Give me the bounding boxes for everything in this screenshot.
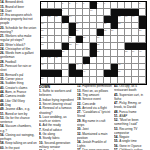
cell-number: 35 [97, 43, 99, 46]
cell-number: 8 [139, 2, 140, 5]
clue-number: 46. [0, 98, 5, 102]
grid-cell[interactable] [118, 29, 125, 36]
grid-cell[interactable]: 4 [76, 2, 83, 9]
clue-number: 8. [39, 132, 42, 136]
cell-number: 46 [76, 63, 78, 66]
grid-cell[interactable] [118, 36, 125, 43]
grid-cell[interactable] [76, 77, 83, 84]
cell-number: 20 [76, 22, 78, 25]
clue-number: 47. [114, 101, 119, 105]
grid-cell[interactable] [48, 36, 55, 43]
clue-number: 34. [77, 140, 82, 144]
clue-number: 24. [0, 47, 5, 51]
cell-number: 24 [76, 29, 78, 32]
cell-number: 21 [104, 22, 106, 25]
grid-cell[interactable] [48, 64, 55, 71]
grid-cell[interactable]: 37 [97, 50, 104, 57]
cell-number: 3 [69, 2, 70, 5]
grid-cell[interactable] [69, 50, 76, 57]
grid-cell[interactable] [139, 36, 146, 43]
grid-cell[interactable]: 12 [48, 16, 55, 23]
clue-item: 54. Vacuum chambers, e.g.? [0, 124, 37, 132]
cell-number: 9 [62, 9, 63, 12]
clue-number: 45. [114, 92, 119, 96]
grid-cell[interactable] [118, 50, 125, 57]
grid-cell[interactable]: 26 [111, 29, 118, 36]
grid-cell[interactable]: 38 [125, 50, 132, 57]
clue-number: 28. [0, 60, 5, 64]
cell-number: 40 [139, 50, 141, 53]
clue-item: 43. Occupy, as a restaurant booth [114, 84, 150, 92]
grid-cell[interactable] [55, 43, 62, 50]
grid-cell[interactable] [48, 23, 55, 30]
clue-number: 31. [0, 64, 5, 68]
clue-number: 22. [77, 101, 82, 105]
grid-cell[interactable] [97, 16, 104, 23]
grid-cell[interactable]: 33 [69, 43, 76, 50]
clue-number: 56. [0, 133, 5, 137]
clue-number: 4. [39, 106, 42, 110]
grid-cell[interactable] [132, 77, 139, 84]
cell-number: 47 [83, 63, 85, 66]
clue-item: 5. Lace wedding, as scarfs or sisters [39, 115, 75, 123]
grid-cell[interactable]: 30 [83, 36, 90, 43]
grid-cell[interactable] [139, 77, 146, 84]
grid-cell[interactable]: 3 [69, 2, 76, 9]
clue-item: 32. Maintained a main position [77, 131, 112, 139]
grid-cell[interactable] [132, 70, 139, 77]
grid-cell[interactable]: 13 [55, 16, 62, 23]
clue-number: 55. [114, 139, 119, 143]
grid-cell[interactable] [125, 77, 132, 84]
clue-number: 45. [0, 94, 5, 98]
black-cell [69, 64, 76, 71]
cell-number: 38 [125, 50, 127, 53]
grid-cell[interactable] [132, 57, 139, 64]
clue-item: 53. Recurring TV compositor [114, 126, 150, 134]
grid-cell[interactable] [90, 70, 97, 77]
cell-number: 23 [41, 29, 43, 32]
grid-cell[interactable] [55, 36, 62, 43]
cell-number: 48 [118, 63, 120, 66]
grid-cell[interactable]: 17 [132, 16, 139, 23]
clue-number: 29. [77, 119, 82, 123]
clue-item: 1. Suffix to workers and believers [39, 89, 75, 97]
grid-cell[interactable]: 16 [125, 16, 132, 23]
grid-cell[interactable]: 43 [55, 57, 62, 64]
clue-item: 20. Schedule for the union meeting? [0, 26, 37, 34]
cell-number: 27 [139, 29, 141, 32]
clue-number: 3. [39, 102, 42, 106]
grid-cell[interactable]: 1 [41, 2, 48, 9]
black-cell [90, 43, 97, 50]
clue-number: 37. [77, 148, 82, 150]
clue-number: 23. [0, 42, 5, 46]
clue-item: 47. Picky, Emmy, or brook, to Darold [114, 101, 150, 109]
clue-column-down-3: 43. Occupy, as a restaurant booth45. Sup… [114, 84, 150, 150]
cell-number: 26 [111, 29, 113, 32]
grid-cell[interactable] [83, 77, 90, 84]
clue-number: 36. [0, 81, 5, 85]
cell-number: 29 [69, 36, 71, 39]
cell-number: 12 [48, 15, 50, 18]
grid-cell[interactable] [55, 64, 62, 71]
cell-number: 50 [118, 70, 120, 73]
down-header: DOWN [39, 84, 75, 89]
cell-number: 16 [125, 15, 127, 18]
cell-number: 36 [62, 50, 64, 53]
cell-number: 22 [118, 22, 120, 25]
grid-cell[interactable]: 39 [132, 50, 139, 57]
grid-cell[interactable] [132, 36, 139, 43]
clue-number: 20. [0, 26, 5, 30]
clue-item: 17. Era weapons which destroy property b… [0, 13, 37, 25]
clue-number: 17. [0, 13, 5, 17]
grid-cell[interactable] [111, 43, 118, 50]
black-cell [104, 70, 111, 77]
black-cell [132, 43, 139, 50]
clue-number: 43. [114, 84, 119, 88]
cell-number: 13 [55, 15, 57, 18]
grid-cell[interactable] [125, 36, 132, 43]
cell-number: 49 [83, 70, 85, 73]
clue-number: 1. [39, 89, 42, 93]
grid-cell[interactable] [139, 57, 146, 64]
grid-cell[interactable]: 34 [76, 43, 83, 50]
black-cell [90, 2, 97, 9]
grid-cell[interactable]: 25 [104, 29, 111, 36]
grid-cell[interactable]: 42 [48, 57, 55, 64]
clue-number: 15. [0, 4, 5, 8]
black-cell [125, 43, 132, 50]
grid-cell[interactable]: 50 [118, 70, 125, 77]
grid-cell[interactable]: 14 [69, 16, 76, 23]
cell-number: 15 [118, 15, 120, 18]
cell-number: 1 [41, 2, 42, 5]
grid-cell[interactable]: 19 [62, 23, 69, 30]
grid-cell[interactable] [55, 23, 62, 30]
clue-number: 57. [114, 148, 119, 150]
grid-cell[interactable] [76, 9, 83, 16]
clue-item: 12. Paperless permission [77, 84, 112, 88]
grid-cell[interactable] [97, 23, 104, 30]
clue-number: 2. [39, 98, 42, 102]
grid-cell[interactable] [90, 64, 97, 71]
cell-number: 31 [97, 36, 99, 39]
clue-number: 26. [0, 51, 5, 55]
clue-number: 7. [39, 127, 42, 131]
clue-item: 53. Go for the chance sentence [0, 116, 37, 124]
clue-number: 53. [114, 126, 119, 130]
grid-cell[interactable] [111, 57, 118, 64]
crossword-page: { "game": "crossword", "grid": { "rows":… [0, 0, 150, 150]
cell-number: 6 [97, 2, 98, 5]
grid-cell[interactable]: 31 [97, 36, 104, 43]
grid-cell[interactable] [132, 23, 139, 30]
grid-cell[interactable]: 49 [83, 70, 90, 77]
grid-cell[interactable]: 51 [41, 77, 48, 84]
grid-cell[interactable] [90, 23, 97, 30]
grid-cell[interactable] [111, 2, 118, 9]
clue-number: 44. [0, 90, 5, 94]
clue-number: 14. [0, 0, 5, 4]
clue-number: 51. [114, 114, 119, 118]
black-cell [139, 43, 146, 50]
grid-cell[interactable] [125, 2, 132, 9]
clue-number: 52. [114, 118, 119, 122]
grid-cell[interactable] [104, 36, 111, 43]
grid-cell[interactable]: 5 [83, 2, 90, 9]
black-cell [69, 70, 76, 77]
grid-cell[interactable] [83, 9, 90, 16]
cell-number: 44 [90, 56, 92, 59]
black-cell [111, 70, 118, 77]
grid-cell[interactable] [48, 77, 55, 84]
grid-cell[interactable] [104, 9, 111, 16]
clue-item: 37. Duo seen onscreen with 21 hit "The E… [77, 148, 112, 150]
clue-number: 54. [0, 124, 5, 128]
grid-cell[interactable] [76, 50, 83, 57]
grid-cell[interactable] [83, 23, 90, 30]
grid-cell[interactable]: 44 [90, 57, 97, 64]
clue-number: 6. [39, 123, 42, 127]
clue-column-down-2: 12. Paperless permission13. Rest on, as … [77, 84, 112, 150]
clue-number: 49. [0, 107, 5, 111]
grid-cell[interactable] [97, 70, 104, 77]
grid-cell[interactable]: 10 [90, 9, 97, 16]
grid-cell[interactable] [69, 77, 76, 84]
black-cell [62, 43, 69, 50]
black-cell [111, 64, 118, 71]
clue-column-down-1: DOWN 1. Suffix to workers and believers2… [39, 84, 75, 150]
grid-cell[interactable]: 28 [41, 36, 48, 43]
across-clue-list: 14. Brewed drink15. Brand of beer16. Due… [0, 0, 37, 150]
grid-cell[interactable] [104, 50, 111, 57]
grid-cell[interactable] [62, 70, 69, 77]
clue-number: 25. [77, 106, 82, 110]
clue-number: 48. [114, 109, 119, 113]
black-cell [139, 16, 146, 23]
down-clue-list-1: 1. Suffix to workers and believers2. Ind… [39, 89, 75, 150]
clue-number: 9. [39, 136, 42, 140]
grid-cell[interactable] [55, 77, 62, 84]
grid-cell[interactable] [48, 43, 55, 50]
black-cell [69, 23, 76, 30]
black-cell [111, 9, 118, 16]
cell-number: 28 [41, 36, 43, 39]
clue-number: 21. [0, 34, 5, 38]
clue-number: 30. [77, 127, 82, 131]
clue-item: 57. Children's author Blyton [114, 148, 150, 150]
black-cell [111, 16, 118, 23]
grid-cell[interactable] [62, 29, 69, 36]
grid-cell[interactable]: 8 [139, 2, 146, 9]
down-clue-list-3: 43. Occupy, as a restaurant booth45. Sup… [114, 84, 150, 150]
grid-cell[interactable] [125, 64, 132, 71]
grid-cell[interactable] [97, 77, 104, 84]
clue-number: 32. [77, 131, 82, 135]
clue-number: 13. [77, 88, 82, 92]
grid-cell[interactable] [62, 64, 69, 71]
grid-cell[interactable] [90, 77, 97, 84]
cell-number: 10 [90, 9, 92, 12]
clue-item: 31. Forecast for rain or sleet [0, 64, 37, 72]
clue-number: 16. [0, 9, 5, 13]
grid-cell[interactable] [62, 36, 69, 43]
clue-number: 51. [0, 111, 5, 115]
clue-item: 29. Big name in craft strips [77, 119, 112, 127]
grid-cell[interactable] [139, 9, 146, 16]
clue-number: 12. [77, 84, 82, 88]
grid-cell[interactable] [104, 43, 111, 50]
grid-cell[interactable]: 45 [41, 64, 48, 71]
grid-cell[interactable] [132, 29, 139, 36]
clue-number: 19. [77, 97, 82, 101]
clue-item: 10. Second-generation military senator [39, 140, 75, 148]
cell-number: 14 [69, 15, 71, 18]
grid-cell[interactable] [139, 64, 146, 71]
grid-cell[interactable]: 35 [97, 43, 104, 50]
clue-item: 11. Earned [39, 149, 75, 150]
grid-cell[interactable] [90, 16, 97, 23]
grid-cell[interactable] [104, 64, 111, 71]
black-cell [76, 70, 83, 77]
cell-number: 11 [41, 15, 43, 18]
clue-number: 10. [39, 140, 44, 144]
cell-number: 51 [41, 77, 43, 80]
grid-cell[interactable] [83, 43, 90, 50]
grid-cell[interactable] [111, 36, 118, 43]
down-clue-list-2: 12. Paperless permission13. Rest on, as … [77, 84, 112, 150]
grid-cell[interactable]: 24 [76, 29, 83, 36]
clue-item: 34. Josiah Franklin of Lights [77, 140, 112, 148]
grid-cell[interactable] [118, 77, 125, 84]
grid-cell[interactable] [118, 43, 125, 50]
grid-cell[interactable]: 36 [62, 50, 69, 57]
clue-number: 33. [0, 72, 5, 76]
grid-cell[interactable]: 27 [139, 29, 146, 36]
cell-number: 42 [48, 56, 50, 59]
grid-cell[interactable] [132, 2, 139, 9]
cell-number: 34 [76, 43, 78, 46]
grid-cell[interactable] [55, 29, 62, 36]
grid-cell[interactable] [97, 57, 104, 64]
grid-cell[interactable] [118, 2, 125, 9]
clue-number: 35. [0, 77, 5, 81]
clue-item: 26. Words from a gallant gentleman [0, 51, 37, 59]
cell-number: 4 [76, 2, 77, 5]
grid-cell[interactable] [111, 77, 118, 84]
clue-item: 56. Closing out swinging, perhaps [0, 133, 37, 141]
clue-item: 21. Workers who make regular pit stops? [0, 34, 37, 42]
grid-cell[interactable] [111, 50, 118, 57]
cell-number: 39 [132, 50, 134, 53]
clue-number: 56. [114, 144, 119, 148]
cell-number: 37 [97, 50, 99, 53]
grid-cell[interactable] [97, 64, 104, 71]
grid-cell[interactable] [104, 57, 111, 64]
grid-cell[interactable] [125, 23, 132, 30]
grid-cell[interactable] [90, 36, 97, 43]
clue-number: 27. [77, 110, 82, 114]
cell-number: 25 [104, 29, 106, 32]
grid-cell[interactable] [125, 57, 132, 64]
grid-cell[interactable] [83, 16, 90, 23]
grid-cell[interactable] [55, 2, 62, 9]
cell-number: 30 [83, 36, 85, 39]
grid-cell[interactable] [97, 9, 104, 16]
clue-item: 45. Supersize cart, in Soho [114, 92, 150, 100]
cell-number: 45 [41, 63, 43, 66]
cell-number: 41 [41, 56, 43, 59]
cell-number: 5 [83, 2, 84, 5]
grid-cell[interactable]: 7 [104, 2, 111, 9]
cell-number: 7 [104, 2, 105, 5]
grid-cell[interactable] [83, 50, 90, 57]
grid-cell[interactable]: 46 [76, 64, 83, 71]
black-cell [48, 70, 55, 77]
grid-cell[interactable] [90, 29, 97, 36]
grid-cell[interactable]: 32 [41, 43, 48, 50]
cell-number: 2 [62, 2, 63, 5]
clue-column-across: 14. Brewed drink15. Brand of beer16. Due… [0, 0, 37, 150]
grid-cell[interactable] [48, 29, 55, 36]
crossword-grid[interactable]: 1234567891011121314151617181920212223242… [40, 1, 147, 85]
grid-cell[interactable]: 2 [62, 2, 69, 9]
grid-cell[interactable] [48, 2, 55, 9]
grid-cell[interactable] [132, 64, 139, 71]
grid-cell[interactable]: 29 [69, 36, 76, 43]
clue-item: 52. "Must've been something I said" [114, 118, 150, 126]
grid-cell[interactable]: 6 [97, 2, 104, 9]
clue-number: 53. [0, 116, 5, 120]
cell-number: 43 [55, 56, 57, 59]
clue-number: 48. [0, 103, 5, 107]
grid-cell[interactable]: 40 [139, 50, 146, 57]
cell-number: 33 [69, 43, 71, 46]
grid-cell[interactable]: 22 [118, 23, 125, 30]
cell-number: 19 [62, 22, 64, 25]
grid-cell[interactable] [139, 70, 146, 77]
cell-number: 18 [41, 22, 43, 25]
clue-number: 11. [39, 149, 44, 150]
grid-cell[interactable] [62, 57, 69, 64]
clue-number: 58. [0, 141, 5, 145]
clue-number: 54. [114, 135, 119, 139]
black-cell [55, 70, 62, 77]
clue-item: 4. Renewal of a famous shooting? [39, 106, 75, 114]
cell-number: 17 [132, 15, 134, 18]
black-cell [76, 36, 83, 43]
clue-number: 18. [77, 93, 82, 97]
grid-cell[interactable] [62, 77, 69, 84]
cell-number: 32 [41, 43, 43, 46]
grid-cell[interactable] [125, 29, 132, 36]
clue-number: 40. [0, 85, 5, 89]
clue-item: 27. "Casablanca" lyricist Stend [77, 110, 112, 118]
clue-number: 60. [0, 145, 5, 149]
grid-cell[interactable] [104, 77, 111, 84]
clue-number: 5. [39, 115, 42, 119]
grid-cell[interactable] [125, 70, 132, 77]
grid-cell[interactable] [69, 57, 76, 64]
grid-cell[interactable]: 9 [62, 9, 69, 16]
